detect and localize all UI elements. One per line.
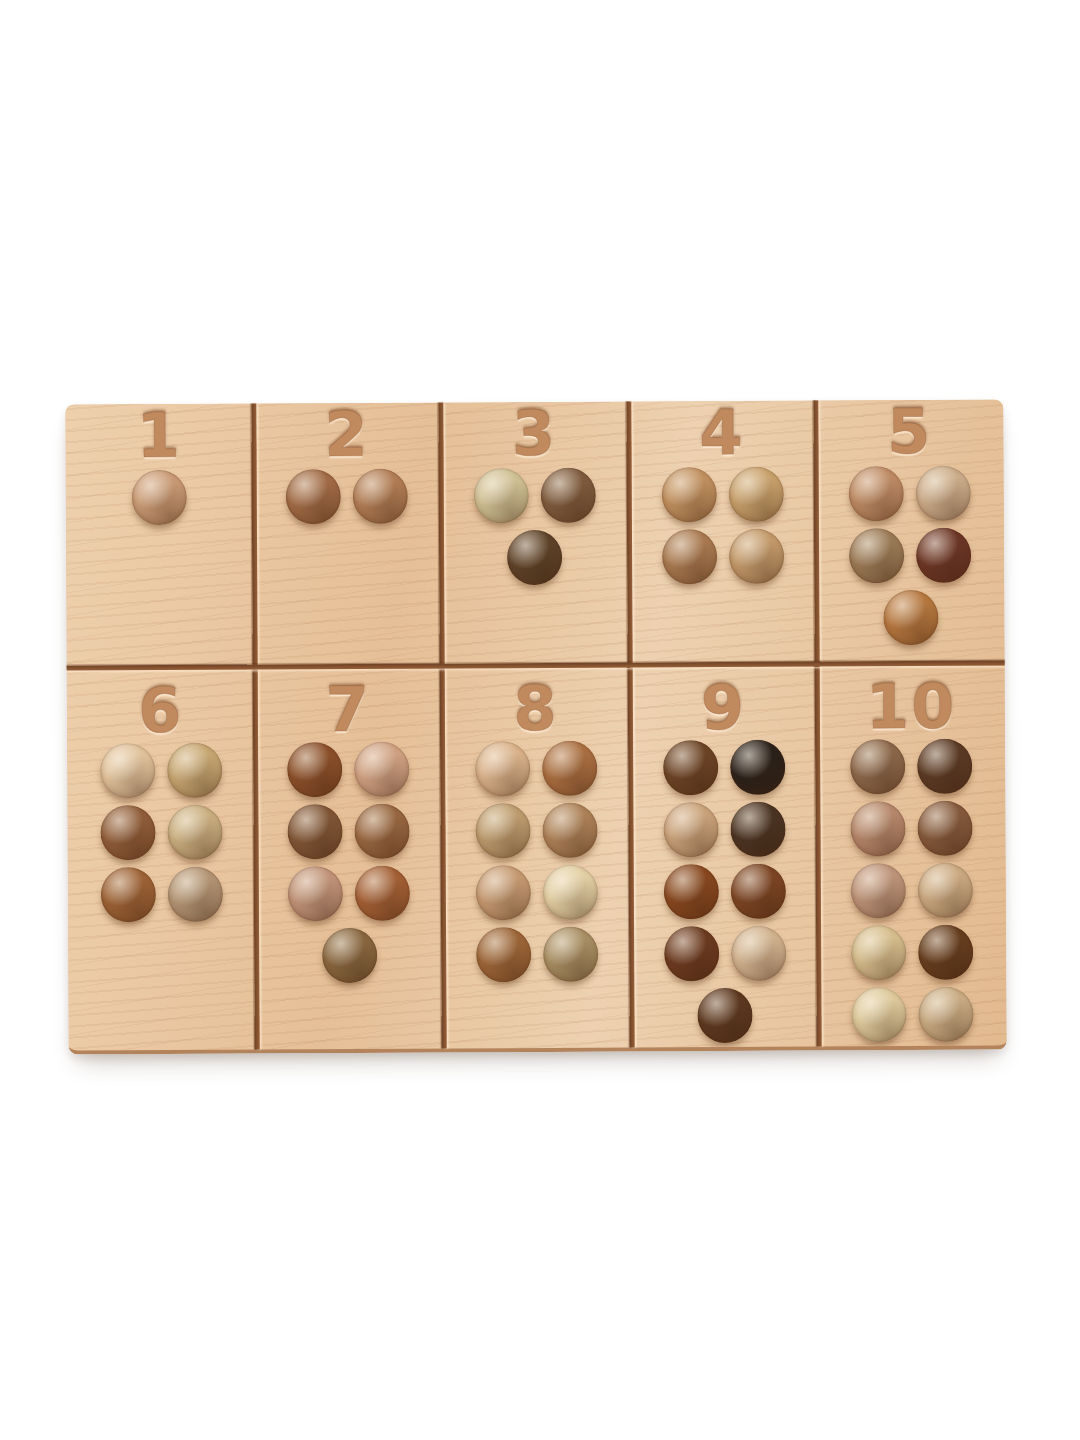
ball-area-7 (255, 737, 444, 986)
wooden-ball[interactable] (507, 529, 562, 584)
wooden-ball[interactable] (731, 925, 786, 980)
cell-8: 8 (442, 665, 632, 1049)
ball-row (443, 923, 631, 986)
ball-row (817, 735, 1005, 798)
ball-row (818, 859, 1006, 922)
wooden-ball[interactable] (663, 802, 718, 857)
wooden-ball[interactable] (288, 804, 343, 859)
ball-row (631, 922, 819, 985)
wooden-ball[interactable] (168, 866, 223, 921)
cell-number-10: 10 (817, 663, 1005, 736)
wooden-ball[interactable] (661, 467, 716, 522)
wooden-ball[interactable] (286, 469, 341, 524)
wooden-ball[interactable] (100, 742, 155, 797)
wooden-ball[interactable] (663, 864, 718, 919)
ball-row (817, 586, 1005, 649)
ball-row (818, 921, 1006, 984)
wooden-ball[interactable] (167, 804, 222, 859)
wooden-ball[interactable] (132, 469, 187, 524)
cell-number-7: 7 (254, 665, 442, 738)
ball-row (255, 737, 443, 800)
wooden-ball[interactable] (662, 529, 717, 584)
wooden-ball[interactable] (475, 803, 530, 858)
wooden-ball[interactable] (730, 863, 785, 918)
ball-area-1 (66, 465, 254, 528)
cell-number-9: 9 (629, 664, 817, 737)
wooden-ball[interactable] (851, 801, 906, 856)
ball-row (628, 463, 816, 526)
wooden-ball[interactable] (664, 926, 719, 981)
ball-area-10 (817, 735, 1006, 1046)
ball-row (255, 861, 443, 924)
wooden-ball[interactable] (849, 528, 904, 583)
wooden-ball[interactable] (100, 804, 155, 859)
wooden-ball[interactable] (851, 925, 906, 980)
wooden-ball[interactable] (353, 468, 408, 523)
ball-area-9 (630, 736, 819, 1047)
ball-row (442, 737, 630, 800)
wooden-ball[interactable] (918, 862, 973, 917)
ball-row (630, 798, 818, 861)
wooden-ball[interactable] (850, 739, 905, 794)
wooden-ball[interactable] (849, 466, 904, 521)
ball-row (818, 797, 1006, 860)
cell-number-1: 1 (65, 403, 253, 466)
wooden-ball[interactable] (475, 741, 530, 796)
cell-3: 3 (440, 402, 629, 666)
wooden-ball[interactable] (474, 468, 529, 523)
ball-row (816, 524, 1004, 587)
ball-row (67, 738, 255, 801)
wooden-ball[interactable] (918, 924, 973, 979)
ball-row (66, 465, 254, 528)
cell-9: 9 (629, 664, 819, 1048)
ball-row (630, 736, 818, 799)
wooden-ball[interactable] (167, 742, 222, 797)
wooden-ball[interactable] (917, 738, 972, 793)
wooden-ball[interactable] (541, 467, 596, 522)
ball-area-4 (628, 463, 816, 588)
cell-1: 1 (65, 403, 254, 667)
cell-7: 7 (254, 665, 444, 1049)
cell-5: 5 (816, 400, 1005, 664)
cell-number-5: 5 (816, 400, 1004, 463)
wooden-ball[interactable] (916, 465, 971, 520)
wooden-ball[interactable] (288, 866, 343, 921)
photo-stage: 12345678910 (0, 0, 1080, 1440)
wooden-ball[interactable] (354, 741, 409, 796)
cell-6: 6 (67, 666, 257, 1050)
wooden-ball[interactable] (916, 527, 971, 582)
wooden-ball[interactable] (918, 800, 973, 855)
ball-area-5 (816, 462, 1005, 649)
wooden-ball[interactable] (851, 863, 906, 918)
wooden-ball[interactable] (697, 987, 752, 1042)
wooden-ball[interactable] (730, 801, 785, 856)
ball-area-8 (442, 737, 631, 986)
wooden-ball[interactable] (101, 866, 156, 921)
cell-4: 4 (628, 401, 817, 665)
wooden-ball[interactable] (355, 865, 410, 920)
ball-row (253, 464, 441, 527)
cell-2: 2 (253, 402, 442, 666)
counting-board: 12345678910 (65, 400, 1006, 1055)
ball-area-6 (67, 738, 256, 925)
ball-area-2 (253, 464, 441, 527)
wooden-ball[interactable] (542, 740, 597, 795)
wooden-ball[interactable] (543, 926, 598, 981)
ball-row (443, 861, 631, 924)
cell-number-8: 8 (442, 665, 630, 738)
cell-number-4: 4 (628, 401, 816, 464)
wooden-ball[interactable] (322, 927, 377, 982)
ball-row (819, 983, 1007, 1046)
ball-row (441, 464, 629, 527)
wooden-ball[interactable] (728, 466, 783, 521)
ball-area-3 (441, 464, 629, 589)
wooden-ball[interactable] (729, 528, 784, 583)
ball-row (67, 800, 255, 863)
ball-row (256, 923, 444, 986)
board-cells: 12345678910 (65, 400, 1006, 1051)
wooden-ball[interactable] (542, 802, 597, 857)
wooden-ball[interactable] (476, 865, 531, 920)
wooden-ball[interactable] (919, 986, 974, 1041)
wooden-ball[interactable] (852, 987, 907, 1042)
ball-row (631, 984, 819, 1047)
wooden-ball[interactable] (730, 739, 785, 794)
ball-row (816, 462, 1004, 525)
ball-row (443, 799, 631, 862)
ball-row (629, 525, 817, 588)
wooden-ball[interactable] (355, 803, 410, 858)
ball-row (255, 799, 443, 862)
wooden-ball[interactable] (663, 740, 718, 795)
wooden-ball[interactable] (883, 589, 938, 644)
ball-row (441, 526, 629, 589)
wooden-ball[interactable] (543, 864, 598, 919)
cell-number-6: 6 (67, 666, 255, 739)
ball-row (630, 860, 818, 923)
ball-row (68, 862, 256, 925)
cell-10: 10 (817, 663, 1007, 1047)
cell-number-3: 3 (440, 402, 628, 465)
cell-number-2: 2 (253, 402, 441, 465)
wooden-ball[interactable] (476, 927, 531, 982)
wooden-ball[interactable] (287, 742, 342, 797)
